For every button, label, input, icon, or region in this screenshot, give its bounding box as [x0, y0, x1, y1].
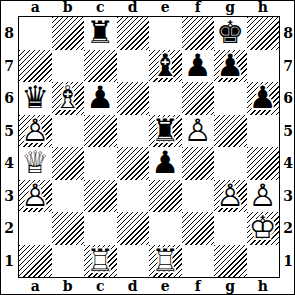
file-label-c: c [84, 0, 117, 15]
square-e2[interactable] [149, 212, 182, 245]
black-queen-a6: ♛♛ [19, 82, 52, 115]
rank-label-2: 2 [280, 212, 295, 245]
rank-label-3: 3 [1, 180, 17, 213]
file-labels-top: abcdefgh [19, 0, 279, 15]
square-h7[interactable] [247, 50, 280, 83]
square-a6[interactable]: ♛♛ [19, 82, 52, 115]
square-f4[interactable] [182, 147, 215, 180]
black-king-icon: ♚ [216, 17, 244, 49]
square-a4[interactable]: ♛♕ [19, 147, 52, 180]
square-g3[interactable]: ♟♙ [214, 180, 247, 213]
square-e6[interactable] [149, 82, 182, 115]
square-b5[interactable] [52, 115, 85, 148]
square-d6[interactable] [117, 82, 150, 115]
black-pawn-icon: ♟ [249, 82, 277, 114]
file-label-h: h [247, 279, 280, 295]
black-queen-icon: ♛ [21, 82, 49, 114]
file-label-g: g [214, 279, 247, 295]
rank-label-4: 4 [280, 147, 295, 180]
square-g6[interactable] [214, 82, 247, 115]
rank-label-4: 4 [1, 147, 17, 180]
square-a5[interactable]: ♟♙ [19, 115, 52, 148]
black-pawn-icon: ♟ [151, 147, 179, 179]
white-pawn-icon: ♙ [216, 179, 244, 211]
square-f1[interactable] [182, 245, 215, 278]
square-g5[interactable] [214, 115, 247, 148]
file-label-d: d [117, 279, 150, 295]
square-c1[interactable]: ♜♖ [84, 245, 117, 278]
square-h1[interactable] [247, 245, 280, 278]
white-king-h2: ♚♔ [247, 212, 280, 245]
black-bishop-e7: ♝♝ [149, 50, 182, 83]
black-bishop-icon: ♝ [151, 49, 179, 81]
rank-label-8: 8 [1, 17, 17, 50]
square-d1[interactable] [117, 245, 150, 278]
square-h2[interactable]: ♚♔ [247, 212, 280, 245]
file-label-f: f [182, 279, 215, 295]
white-rook-e1: ♜♖ [149, 245, 182, 278]
square-h3[interactable]: ♟♙ [247, 180, 280, 213]
black-rook-e5: ♜♜ [149, 115, 182, 148]
rank-label-5: 5 [280, 115, 295, 148]
black-pawn-icon: ♟ [184, 49, 212, 81]
file-label-b: b [52, 279, 85, 295]
square-d7[interactable] [117, 50, 150, 83]
rank-label-6: 6 [280, 82, 295, 115]
square-d3[interactable] [117, 180, 150, 213]
square-e3[interactable] [149, 180, 182, 213]
black-pawn-icon: ♟ [86, 82, 114, 114]
square-c6[interactable]: ♟♟ [84, 82, 117, 115]
white-pawn-icon: ♙ [249, 179, 277, 211]
chess-board: ♜♜♚♚♝♝♟♟♟♟♛♛♝♗♟♟♟♟♟♙♜♜♟♙♛♕♟♟♟♙♟♙♟♙♚♔♜♖♜♖ [18, 16, 280, 278]
square-b7[interactable] [52, 50, 85, 83]
rank-label-2: 2 [1, 212, 17, 245]
square-c2[interactable] [84, 212, 117, 245]
square-f3[interactable] [182, 180, 215, 213]
white-queen-a4: ♛♕ [19, 147, 52, 180]
black-pawn-c6: ♟♟ [84, 82, 117, 115]
black-rook-c8: ♜♜ [84, 17, 117, 50]
white-pawn-icon: ♙ [21, 179, 49, 211]
square-h6[interactable]: ♟♟ [247, 82, 280, 115]
white-queen-icon: ♕ [21, 147, 49, 179]
rank-labels-left: 87654321 [1, 17, 17, 277]
square-e1[interactable]: ♜♖ [149, 245, 182, 278]
black-king-g8: ♚♚ [214, 17, 247, 50]
square-c7[interactable] [84, 50, 117, 83]
black-rook-icon: ♜ [151, 114, 179, 146]
black-pawn-g7: ♟♟ [214, 50, 247, 83]
white-rook-icon: ♖ [86, 244, 114, 276]
square-a8[interactable] [19, 17, 52, 50]
square-g8[interactable]: ♚♚ [214, 17, 247, 50]
square-c5[interactable] [84, 115, 117, 148]
square-b2[interactable] [52, 212, 85, 245]
file-label-e: e [149, 279, 182, 295]
file-label-a: a [19, 0, 52, 15]
square-b1[interactable] [52, 245, 85, 278]
square-d8[interactable] [117, 17, 150, 50]
square-f8[interactable] [182, 17, 215, 50]
white-rook-c1: ♜♖ [84, 245, 117, 278]
white-pawn-icon: ♙ [21, 114, 49, 146]
black-pawn-f7: ♟♟ [182, 50, 215, 83]
white-pawn-a3: ♟♙ [19, 180, 52, 213]
white-bishop-b6: ♝♗ [52, 82, 85, 115]
file-label-e: e [149, 0, 182, 15]
rank-label-1: 1 [1, 245, 17, 278]
black-rook-icon: ♜ [86, 17, 114, 49]
white-pawn-a5: ♟♙ [19, 115, 52, 148]
black-pawn-e4: ♟♟ [149, 147, 182, 180]
white-bishop-icon: ♗ [54, 82, 82, 114]
square-c4[interactable] [84, 147, 117, 180]
square-a2[interactable] [19, 212, 52, 245]
rank-label-5: 5 [1, 115, 17, 148]
file-label-h: h [247, 0, 280, 15]
rank-label-7: 7 [280, 50, 295, 83]
file-label-a: a [19, 279, 52, 295]
file-labels-bottom: abcdefgh [19, 279, 279, 295]
square-h8[interactable] [247, 17, 280, 50]
rank-labels-right: 87654321 [280, 17, 295, 277]
rank-label-8: 8 [280, 17, 295, 50]
white-pawn-icon: ♙ [184, 114, 212, 146]
square-b6[interactable]: ♝♗ [52, 82, 85, 115]
square-g4[interactable] [214, 147, 247, 180]
square-d5[interactable] [117, 115, 150, 148]
square-a1[interactable] [19, 245, 52, 278]
file-label-c: c [84, 279, 117, 295]
rank-label-1: 1 [280, 245, 295, 278]
white-pawn-g3: ♟♙ [214, 180, 247, 213]
black-pawn-icon: ♟ [216, 49, 244, 81]
square-b4[interactable] [52, 147, 85, 180]
square-g2[interactable] [214, 212, 247, 245]
file-label-d: d [117, 0, 150, 15]
white-pawn-f5: ♟♙ [182, 115, 215, 148]
square-f5[interactable]: ♟♙ [182, 115, 215, 148]
file-label-f: f [182, 0, 215, 15]
rank-label-3: 3 [280, 180, 295, 213]
white-rook-icon: ♖ [151, 244, 179, 276]
square-g1[interactable] [214, 245, 247, 278]
square-a3[interactable]: ♟♙ [19, 180, 52, 213]
rank-label-6: 6 [1, 82, 17, 115]
square-h5[interactable] [247, 115, 280, 148]
square-g7[interactable]: ♟♟ [214, 50, 247, 83]
square-f2[interactable] [182, 212, 215, 245]
square-d2[interactable] [117, 212, 150, 245]
square-a7[interactable] [19, 50, 52, 83]
square-e4[interactable]: ♟♟ [149, 147, 182, 180]
chess-diagram: abcdefgh 87654321 ♜♜♚♚♝♝♟♟♟♟♛♛♝♗♟♟♟♟♟♙♜♜… [0, 0, 295, 295]
square-d4[interactable] [117, 147, 150, 180]
square-h4[interactable] [247, 147, 280, 180]
file-label-g: g [214, 0, 247, 15]
black-pawn-h6: ♟♟ [247, 82, 280, 115]
white-pawn-h3: ♟♙ [247, 180, 280, 213]
square-b8[interactable] [52, 17, 85, 50]
white-king-icon: ♔ [249, 212, 277, 244]
square-f6[interactable] [182, 82, 215, 115]
square-e5[interactable]: ♜♜ [149, 115, 182, 148]
square-b3[interactable] [52, 180, 85, 213]
rank-label-7: 7 [1, 50, 17, 83]
square-f7[interactable]: ♟♟ [182, 50, 215, 83]
square-e7[interactable]: ♝♝ [149, 50, 182, 83]
square-e8[interactable] [149, 17, 182, 50]
file-label-b: b [52, 0, 85, 15]
square-c8[interactable]: ♜♜ [84, 17, 117, 50]
square-c3[interactable] [84, 180, 117, 213]
